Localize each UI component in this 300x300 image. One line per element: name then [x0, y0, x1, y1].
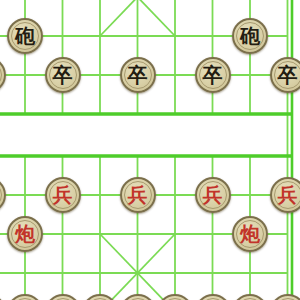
piece-black-cannon[interactable]: 砲 [232, 18, 268, 54]
piece-black-soldier[interactable]: 卒 [120, 57, 156, 93]
piece-glyph: 炮 [240, 224, 260, 244]
piece-glyph: 卒 [203, 65, 223, 85]
piece-glyph: 卒 [128, 65, 148, 85]
piece-glyph: 卒 [278, 65, 298, 85]
piece-red-soldier[interactable]: 兵 [120, 177, 156, 213]
piece-red-cannon[interactable]: 炮 [7, 216, 43, 252]
piece-black-soldier[interactable]: 卒 [45, 57, 81, 93]
piece-glyph: 兵 [128, 185, 148, 205]
piece-red-soldier[interactable]: 兵 [45, 177, 81, 213]
piece-black-cannon[interactable]: 砲 [7, 18, 43, 54]
piece-glyph: 兵 [53, 185, 73, 205]
piece-glyph: 兵 [278, 185, 298, 205]
piece-glyph: 砲 [15, 26, 35, 46]
piece-glyph: 卒 [53, 65, 73, 85]
piece-glyph: 砲 [240, 26, 260, 46]
piece-glyph: 炮 [15, 224, 35, 244]
xiangqi-board[interactable]: 車馬象士將士象馬車砲砲卒卒卒卒卒兵兵兵兵兵炮炮車馬相仕帥仕相馬車 [0, 0, 300, 300]
piece-red-cannon[interactable]: 炮 [232, 216, 268, 252]
piece-black-soldier[interactable]: 卒 [195, 57, 231, 93]
piece-glyph: 兵 [203, 185, 223, 205]
piece-red-soldier[interactable]: 兵 [195, 177, 231, 213]
